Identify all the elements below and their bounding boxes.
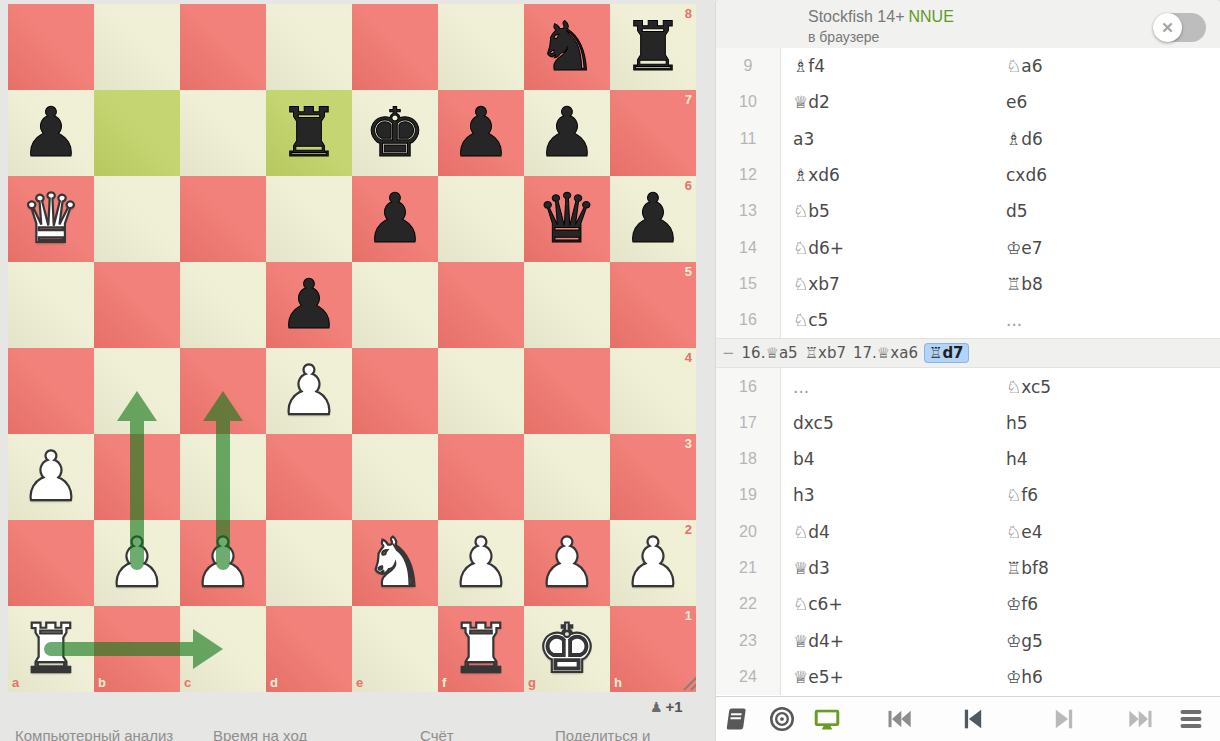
black-move[interactable]: ♔f6 xyxy=(1006,586,1220,622)
white-move[interactable]: ♘xb7 xyxy=(781,266,1006,302)
black-pawn-h6: ♟ xyxy=(610,176,696,262)
coord-file-f: f xyxy=(442,675,446,690)
move-number: 17 xyxy=(716,405,781,441)
square-e2[interactable]: ♞ xyxy=(352,520,438,606)
move-row: 16♘c5... xyxy=(716,302,1220,338)
move-row: 23♕d4+♔g5 xyxy=(716,622,1220,658)
white-king-g1: ♚ xyxy=(524,606,610,692)
move-number: 9 xyxy=(716,48,781,84)
coord-rank-2: 2 xyxy=(685,522,692,537)
square-a6[interactable]: ♛ xyxy=(8,176,94,262)
square-f6[interactable] xyxy=(438,176,524,262)
square-g8[interactable]: ♞ xyxy=(524,4,610,90)
coord-file-d: d xyxy=(270,675,278,690)
square-c8[interactable] xyxy=(180,4,266,90)
black-pawn-d5: ♟ xyxy=(266,262,352,348)
coord-file-e: e xyxy=(356,675,363,690)
square-h7[interactable]: 7 xyxy=(610,90,696,176)
square-f5[interactable] xyxy=(438,262,524,348)
black-pawn-e6: ♟ xyxy=(352,176,438,262)
move-number: 18 xyxy=(716,441,781,477)
move-number: 14 xyxy=(716,229,781,265)
square-c7[interactable] xyxy=(180,90,266,176)
engine-name: Stockfish 14+NNUE xyxy=(808,8,954,26)
move-row: 21♕d3♖bf8 xyxy=(716,550,1220,586)
material-balance: ♟ +1 xyxy=(650,698,683,715)
white-pawn-c2: ♟ xyxy=(180,520,266,606)
white-move[interactable]: ♘c5 xyxy=(781,302,1006,338)
move-row: 11a3♗d6 xyxy=(716,121,1220,157)
move-number: 11 xyxy=(716,121,781,157)
coord-rank-8: 8 xyxy=(685,6,692,21)
square-d5[interactable]: ♟ xyxy=(266,262,352,348)
black-pawn-g7: ♟ xyxy=(524,90,610,176)
square-e1[interactable]: e xyxy=(352,606,438,692)
black-move[interactable]: ♖bf8 xyxy=(1006,550,1220,586)
black-move[interactable]: ♔e7 xyxy=(1006,229,1220,265)
move-number: 15 xyxy=(716,266,781,302)
move-row: 12♗xd6cxd6 xyxy=(716,157,1220,193)
material-value: +1 xyxy=(666,698,683,715)
variation-move[interactable]: 16.♕a5 xyxy=(742,344,798,362)
black-knight-g8: ♞ xyxy=(524,4,610,90)
white-move[interactable]: ♗xd6 xyxy=(781,157,1006,193)
underboard-tab-3[interactable]: Счёт xyxy=(420,727,454,741)
white-move[interactable]: dxc5 xyxy=(781,405,1006,441)
square-a3[interactable]: ♟ xyxy=(8,434,94,520)
black-rook-h8: ♜ xyxy=(610,4,696,90)
square-d6[interactable] xyxy=(266,176,352,262)
square-h8[interactable]: ♜8 xyxy=(610,4,696,90)
move-row: 17dxc5h5 xyxy=(716,405,1220,441)
move-row: 15♘xb7♖b8 xyxy=(716,266,1220,302)
square-f7[interactable]: ♟ xyxy=(438,90,524,176)
variation-move[interactable]: 17.♕xa6 xyxy=(853,344,918,362)
move-number: 20 xyxy=(716,514,781,550)
square-e4[interactable] xyxy=(352,348,438,434)
move-number: 24 xyxy=(716,659,781,695)
variation-dash: − xyxy=(722,344,735,362)
square-h2[interactable]: ♟2 xyxy=(610,520,696,606)
square-a7[interactable]: ♟ xyxy=(8,90,94,176)
white-move[interactable]: ♕e5+ xyxy=(781,659,1006,695)
square-d1[interactable]: d xyxy=(266,606,352,692)
black-pawn-f7: ♟ xyxy=(438,90,524,176)
black-move[interactable]: d5 xyxy=(1006,193,1220,229)
chess-board[interactable]: ♞♜8♟♜♚♟♟7♛♟♛♟6♟5♟4♟3♟♟♞♟♟♟2♜abcde♜f♚gh1 xyxy=(8,4,696,692)
square-d4[interactable]: ♟ xyxy=(266,348,352,434)
black-move[interactable]: ... xyxy=(1006,302,1220,338)
move-row: 14♘d6+♔e7 xyxy=(716,229,1220,265)
black-move[interactable]: ♗d6 xyxy=(1006,121,1220,157)
square-b3[interactable] xyxy=(94,434,180,520)
square-f4[interactable] xyxy=(438,348,524,434)
variation-move[interactable]: ♖xb7 xyxy=(805,344,846,362)
white-pawn-d4: ♟ xyxy=(266,348,352,434)
square-g3[interactable] xyxy=(524,434,610,520)
move-row: 13♘b5d5 xyxy=(716,193,1220,229)
square-d2[interactable] xyxy=(266,520,352,606)
white-move[interactable]: a3 xyxy=(781,121,1006,157)
square-b7[interactable] xyxy=(94,90,180,176)
white-queen-a6: ♛ xyxy=(8,176,94,262)
square-e3[interactable] xyxy=(352,434,438,520)
square-g6[interactable]: ♛ xyxy=(524,176,610,262)
square-b6[interactable] xyxy=(94,176,180,262)
analysis-panel: Stockfish 14+NNUE в браузере ✕ 9♗f4♘a610… xyxy=(716,0,1220,741)
black-pawn-a7: ♟ xyxy=(8,90,94,176)
book-icon[interactable] xyxy=(723,705,751,733)
black-move[interactable]: ♘a6 xyxy=(1006,48,1220,84)
coord-rank-7: 7 xyxy=(685,92,692,107)
square-h3[interactable]: 3 xyxy=(610,434,696,520)
black-move[interactable]: ♘e4 xyxy=(1006,514,1220,550)
square-b2[interactable]: ♟ xyxy=(94,520,180,606)
move-row: 24♕e5+♔h6 xyxy=(716,659,1220,695)
square-b5[interactable] xyxy=(94,262,180,348)
move-row: 20♘d4♘e4 xyxy=(716,514,1220,550)
monitor-icon[interactable] xyxy=(813,705,841,733)
move-number: 16 xyxy=(716,368,781,404)
nnue-badge: NNUE xyxy=(909,8,954,25)
white-pawn-b2: ♟ xyxy=(94,520,180,606)
square-g2[interactable]: ♟ xyxy=(524,520,610,606)
white-move[interactable]: h3 xyxy=(781,477,1006,513)
engine-subtitle: в браузере xyxy=(808,29,879,45)
square-c4[interactable] xyxy=(180,348,266,434)
square-h6[interactable]: ♟6 xyxy=(610,176,696,262)
white-pawn-g2: ♟ xyxy=(524,520,610,606)
square-c3[interactable] xyxy=(180,434,266,520)
square-f1[interactable]: ♜f xyxy=(438,606,524,692)
move-number: 19 xyxy=(716,477,781,513)
square-e8[interactable] xyxy=(352,4,438,90)
move-list: 9♗f4♘a610♕d2e611a3♗d612♗xd6cxd613♘b5d514… xyxy=(716,48,1220,697)
white-pawn-f2: ♟ xyxy=(438,520,524,606)
black-move[interactable]: ♘f6 xyxy=(1006,477,1220,513)
move-number: 13 xyxy=(716,193,781,229)
menu-icon[interactable] xyxy=(1177,705,1205,733)
bottom-toolbar xyxy=(716,696,1220,741)
square-d8[interactable] xyxy=(266,4,352,90)
square-g7[interactable]: ♟ xyxy=(524,90,610,176)
square-e7[interactable]: ♚ xyxy=(352,90,438,176)
toggle-knob[interactable]: ✕ xyxy=(1153,13,1182,42)
square-b8[interactable] xyxy=(94,4,180,90)
coord-rank-4: 4 xyxy=(685,350,692,365)
move-number: 23 xyxy=(716,622,781,658)
black-move[interactable]: h4 xyxy=(1006,441,1220,477)
coord-rank-1: 1 xyxy=(685,608,692,623)
white-move[interactable]: ♘d6+ xyxy=(781,229,1006,265)
square-c5[interactable] xyxy=(180,262,266,348)
square-a8[interactable] xyxy=(8,4,94,90)
black-move[interactable]: ♖b8 xyxy=(1006,266,1220,302)
black-move[interactable]: ♘xc5 xyxy=(1006,368,1220,404)
underboard-tab-1[interactable]: Компьютерный анализ xyxy=(15,727,173,741)
skip-first-icon[interactable] xyxy=(885,705,913,733)
black-king-e7: ♚ xyxy=(352,90,438,176)
engine-toggle[interactable]: ✕ xyxy=(1153,13,1206,42)
white-pawn-h2: ♟ xyxy=(610,520,696,606)
white-move[interactable]: b4 xyxy=(781,441,1006,477)
square-c1[interactable]: c xyxy=(180,606,266,692)
skip-last-icon[interactable] xyxy=(1127,705,1155,733)
coord-file-h: h xyxy=(614,675,622,690)
square-a2[interactable] xyxy=(8,520,94,606)
black-move[interactable]: ♔g5 xyxy=(1006,622,1220,658)
move-number: 16 xyxy=(716,302,781,338)
underboard-tab-4[interactable]: Поделиться и xyxy=(555,727,650,741)
move-row: 10♕d2e6 xyxy=(716,84,1220,120)
coord-rank-6: 6 xyxy=(685,178,692,193)
black-move[interactable]: h5 xyxy=(1006,405,1220,441)
move-number: 12 xyxy=(716,157,781,193)
white-move[interactable]: ♕d2 xyxy=(781,84,1006,120)
engine-header: Stockfish 14+NNUE в браузере ✕ xyxy=(716,0,1220,48)
move-number: 21 xyxy=(716,550,781,586)
black-rook-d7: ♜ xyxy=(266,90,352,176)
square-d3[interactable] xyxy=(266,434,352,520)
move-row: 16...♘xc5 xyxy=(716,368,1220,404)
coord-rank-5: 5 xyxy=(685,264,692,279)
square-h1[interactable]: h1 xyxy=(610,606,696,692)
step-back-icon[interactable] xyxy=(959,705,987,733)
black-move[interactable]: ♔h6 xyxy=(1006,659,1220,695)
square-a4[interactable] xyxy=(8,348,94,434)
white-move[interactable]: ♘c6+ xyxy=(781,586,1006,622)
square-h5[interactable]: 5 xyxy=(610,262,696,348)
white-move[interactable]: ♕d3 xyxy=(781,550,1006,586)
white-rook-f1: ♜ xyxy=(438,606,524,692)
square-f3[interactable] xyxy=(438,434,524,520)
black-move[interactable]: e6 xyxy=(1006,84,1220,120)
square-f2[interactable]: ♟ xyxy=(438,520,524,606)
move-row: 18b4h4 xyxy=(716,441,1220,477)
white-move[interactable]: ♗f4 xyxy=(781,48,1006,84)
black-queen-g6: ♛ xyxy=(524,176,610,262)
square-g1[interactable]: ♚g xyxy=(524,606,610,692)
square-a5[interactable] xyxy=(8,262,94,348)
square-c6[interactable] xyxy=(180,176,266,262)
coord-file-a: a xyxy=(12,675,19,690)
white-knight-e2: ♞ xyxy=(352,520,438,606)
white-move[interactable]: ♘b5 xyxy=(781,193,1006,229)
square-a1[interactable]: ♜a xyxy=(8,606,94,692)
square-h4[interactable]: 4 xyxy=(610,348,696,434)
coord-file-g: g xyxy=(528,675,536,690)
move-number: 10 xyxy=(716,84,781,120)
square-e6[interactable]: ♟ xyxy=(352,176,438,262)
white-pawn-a3: ♟ xyxy=(8,434,94,520)
square-g5[interactable] xyxy=(524,262,610,348)
black-move[interactable]: cxd6 xyxy=(1006,157,1220,193)
square-b4[interactable] xyxy=(94,348,180,434)
variation-line: −16.♕a5♖xb717.♕xa6♖d7 xyxy=(716,338,1220,368)
target-icon[interactable] xyxy=(768,705,796,733)
step-forward-icon[interactable] xyxy=(1050,705,1078,733)
square-g4[interactable] xyxy=(524,348,610,434)
square-e5[interactable] xyxy=(352,262,438,348)
move-row: 19h3♘f6 xyxy=(716,477,1220,513)
move-row: 9♗f4♘a6 xyxy=(716,48,1220,84)
pawn-icon: ♟ xyxy=(650,699,663,715)
coord-rank-3: 3 xyxy=(685,436,692,451)
move-row: 22♘c6+♔f6 xyxy=(716,586,1220,622)
white-move[interactable]: ♘d4 xyxy=(781,514,1006,550)
square-f8[interactable] xyxy=(438,4,524,90)
white-rook-a1: ♜ xyxy=(8,606,94,692)
white-move[interactable]: ... xyxy=(781,368,1006,404)
square-d7[interactable]: ♜ xyxy=(266,90,352,176)
coord-file-c: c xyxy=(184,675,191,690)
variation-move-active[interactable]: ♖d7 xyxy=(925,344,968,362)
square-c2[interactable]: ♟ xyxy=(180,520,266,606)
move-number: 22 xyxy=(716,586,781,622)
underboard-tab-2[interactable]: Время на ход xyxy=(213,727,307,741)
square-b1[interactable]: b xyxy=(94,606,180,692)
coord-file-b: b xyxy=(98,675,106,690)
white-move[interactable]: ♕d4+ xyxy=(781,622,1006,658)
